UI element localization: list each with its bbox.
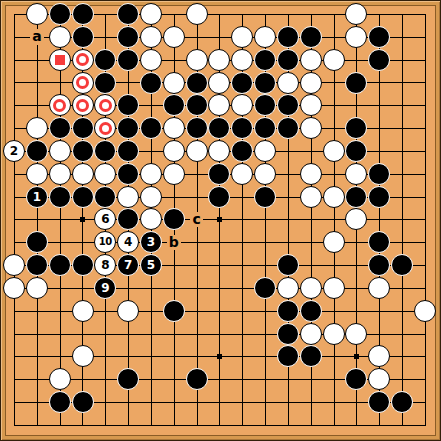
board-cell (277, 94, 300, 117)
board-cell (117, 414, 140, 437)
board-cell: 3 (140, 231, 163, 254)
board-cell (71, 414, 94, 437)
board-cell (71, 391, 94, 414)
white-stone (277, 72, 299, 94)
star-point-icon (354, 354, 359, 359)
board-cell (345, 71, 368, 94)
board-cell: 4 (117, 231, 140, 254)
black-stone (277, 117, 299, 139)
board-cell (208, 25, 231, 48)
board-cell (322, 162, 345, 185)
go-board-grid: a216c1043b8759 (3, 3, 437, 437)
white-stone (231, 49, 253, 71)
board-cell (162, 208, 185, 231)
white-stone (300, 163, 322, 185)
white-stone (3, 254, 25, 276)
board-cell (391, 414, 414, 437)
board-cell (231, 208, 254, 231)
board-cell (368, 391, 391, 414)
board-cell (322, 71, 345, 94)
board-cell (162, 117, 185, 140)
black-stone (26, 231, 48, 253)
white-stone (94, 163, 116, 185)
board-cell (231, 277, 254, 300)
board-cell (299, 231, 322, 254)
board-cell (185, 277, 208, 300)
board-cell (254, 231, 277, 254)
white-stone (72, 94, 94, 116)
board-cell (299, 345, 322, 368)
white-stone (186, 3, 208, 25)
black-stone (72, 254, 94, 276)
white-stone (323, 323, 345, 345)
white-stone (254, 163, 276, 185)
board-cell (140, 368, 163, 391)
board-cell (71, 140, 94, 163)
black-stone (49, 391, 71, 413)
move-number: 6 (101, 213, 109, 225)
board-cell (231, 25, 254, 48)
board-cell (208, 231, 231, 254)
board-cell (414, 277, 437, 300)
white-stone (163, 72, 185, 94)
board-cell (94, 25, 117, 48)
board-cell (117, 345, 140, 368)
black-stone (94, 49, 116, 71)
board-cell (345, 322, 368, 345)
board-cell (299, 391, 322, 414)
board-cell (117, 48, 140, 71)
board-cell (254, 277, 277, 300)
board-cell (117, 368, 140, 391)
board-cell (322, 94, 345, 117)
board-cell (3, 391, 26, 414)
board-cell (185, 368, 208, 391)
board-cell (140, 3, 163, 26)
white-stone: 4 (117, 231, 139, 253)
board-cell (94, 368, 117, 391)
mark-circle-icon (76, 76, 89, 89)
black-stone (208, 186, 230, 208)
board-cell: 8 (94, 254, 117, 277)
board-cell (322, 185, 345, 208)
black-stone (277, 323, 299, 345)
black-stone (254, 277, 276, 299)
white-stone (414, 300, 436, 322)
board-cell (162, 94, 185, 117)
board-cell (231, 345, 254, 368)
board-cell (185, 25, 208, 48)
board-cell (3, 414, 26, 437)
white-stone (231, 94, 253, 116)
black-stone (231, 117, 253, 139)
board-cell (208, 117, 231, 140)
board-cell (94, 322, 117, 345)
board-cell (71, 71, 94, 94)
board-cell (3, 368, 26, 391)
board-cell (322, 414, 345, 437)
white-stone (300, 323, 322, 345)
board-cell (25, 391, 48, 414)
board-cell: 1 (25, 185, 48, 208)
white-stone (140, 186, 162, 208)
board-cell (414, 48, 437, 71)
black-stone: 9 (94, 277, 116, 299)
white-stone (345, 208, 367, 230)
white-stone (277, 277, 299, 299)
board-cell (140, 185, 163, 208)
board-cell (345, 368, 368, 391)
white-stone (300, 72, 322, 94)
black-stone (368, 186, 390, 208)
board-cell (322, 25, 345, 48)
board-cell (391, 368, 414, 391)
board-cell (345, 277, 368, 300)
black-stone (368, 231, 390, 253)
board-cell (48, 25, 71, 48)
white-stone (72, 345, 94, 367)
board-cell (299, 299, 322, 322)
mark-circle-icon (99, 99, 112, 112)
board-cell (208, 322, 231, 345)
board-cell (299, 277, 322, 300)
board-cell (345, 3, 368, 26)
board-cell (185, 117, 208, 140)
board-cell (391, 277, 414, 300)
board-cell (391, 162, 414, 185)
black-stone (26, 140, 48, 162)
board-cell (117, 185, 140, 208)
board-cell (254, 71, 277, 94)
board-cell (25, 3, 48, 26)
board-cell (368, 94, 391, 117)
board-cell (162, 254, 185, 277)
board-cell: 10 (94, 231, 117, 254)
board-cell (71, 3, 94, 26)
board-cell (231, 254, 254, 277)
white-stone: 10 (94, 231, 116, 253)
white-stone (72, 163, 94, 185)
black-stone (163, 208, 185, 230)
white-stone (94, 117, 116, 139)
black-stone (26, 254, 48, 276)
board-cell (414, 140, 437, 163)
board-cell: c (185, 208, 208, 231)
board-cell (185, 3, 208, 26)
board-cell (231, 391, 254, 414)
board-cell (322, 277, 345, 300)
white-stone (3, 277, 25, 299)
board-cell (277, 391, 300, 414)
black-stone (72, 140, 94, 162)
black-stone (277, 300, 299, 322)
board-cell (48, 322, 71, 345)
board-cell (368, 140, 391, 163)
board-cell (162, 185, 185, 208)
black-stone (254, 94, 276, 116)
board-cell (391, 391, 414, 414)
board-cell (254, 322, 277, 345)
board-cell (299, 414, 322, 437)
board-cell (3, 322, 26, 345)
black-stone (117, 26, 139, 48)
board-cell (71, 162, 94, 185)
black-stone (231, 140, 253, 162)
board-cell (48, 3, 71, 26)
black-stone (345, 72, 367, 94)
board-cell (414, 185, 437, 208)
board-cell (48, 299, 71, 322)
black-stone (345, 186, 367, 208)
white-stone (117, 300, 139, 322)
white-stone (140, 26, 162, 48)
board-cell (391, 3, 414, 26)
board-cell (277, 345, 300, 368)
board-cell (345, 185, 368, 208)
board-cell (322, 345, 345, 368)
board-cell (117, 277, 140, 300)
white-stone (140, 3, 162, 25)
board-cell (162, 277, 185, 300)
board-cell (414, 25, 437, 48)
board-cell (25, 322, 48, 345)
board-cell (231, 94, 254, 117)
board-cell (3, 254, 26, 277)
white-stone (345, 323, 367, 345)
white-stone: 8 (94, 254, 116, 276)
black-stone (49, 186, 71, 208)
board-cell (117, 322, 140, 345)
board-cell (368, 322, 391, 345)
board-cell (277, 231, 300, 254)
board-cell (117, 140, 140, 163)
black-stone (140, 117, 162, 139)
board-cell (277, 299, 300, 322)
board-cell (48, 208, 71, 231)
board-cell (299, 140, 322, 163)
move-number: 5 (147, 259, 155, 271)
board-cell (277, 414, 300, 437)
black-stone (163, 94, 185, 116)
board-cell (3, 71, 26, 94)
board-cell (185, 414, 208, 437)
white-stone (72, 300, 94, 322)
board-cell (94, 162, 117, 185)
board-cell (414, 368, 437, 391)
board-cell (3, 277, 26, 300)
board-cell (185, 140, 208, 163)
board-cell (71, 231, 94, 254)
black-stone (72, 26, 94, 48)
board-cell (414, 322, 437, 345)
board-cell (345, 208, 368, 231)
board-cell: 7 (117, 254, 140, 277)
board-cell (117, 25, 140, 48)
mark-circle-icon (76, 99, 89, 112)
white-stone (345, 26, 367, 48)
board-cell (254, 140, 277, 163)
board-cell (299, 71, 322, 94)
board-cell (345, 254, 368, 277)
black-stone (300, 26, 322, 48)
black-stone (117, 163, 139, 185)
board-cell (162, 140, 185, 163)
black-stone (186, 94, 208, 116)
black-stone (368, 391, 390, 413)
board-cell (48, 414, 71, 437)
board-cell (25, 345, 48, 368)
white-stone: 2 (3, 140, 25, 162)
board-cell (368, 25, 391, 48)
move-number: 7 (124, 259, 132, 271)
board-cell (345, 117, 368, 140)
label-c: c (190, 212, 202, 227)
board-cell (345, 299, 368, 322)
board-cell (48, 185, 71, 208)
board-cell (162, 345, 185, 368)
board-cell (231, 322, 254, 345)
board-cell (25, 71, 48, 94)
board-cell (48, 231, 71, 254)
board-cell (208, 299, 231, 322)
board-cell (231, 162, 254, 185)
board-cell (3, 3, 26, 26)
board-cell (117, 162, 140, 185)
board-cell (94, 94, 117, 117)
white-stone (208, 94, 230, 116)
white-stone (368, 368, 390, 390)
board-cell (345, 25, 368, 48)
board-cell (94, 3, 117, 26)
board-cell (231, 71, 254, 94)
board-cell (140, 391, 163, 414)
board-cell (322, 140, 345, 163)
black-stone (277, 345, 299, 367)
white-stone (345, 163, 367, 185)
star-point-icon (217, 354, 222, 359)
board-cell (414, 414, 437, 437)
board-cell (71, 277, 94, 300)
board-cell (368, 231, 391, 254)
board-cell (25, 140, 48, 163)
star-point-icon (80, 217, 85, 222)
board-cell (299, 208, 322, 231)
black-stone (254, 72, 276, 94)
board-cell (277, 71, 300, 94)
black-stone (163, 300, 185, 322)
move-number: 10 (99, 237, 112, 247)
white-stone (323, 277, 345, 299)
board-cell (3, 208, 26, 231)
board-cell (162, 368, 185, 391)
board-cell (391, 299, 414, 322)
board-cell (414, 71, 437, 94)
black-stone (117, 140, 139, 162)
board-cell (345, 48, 368, 71)
board-cell (231, 368, 254, 391)
board-cell (140, 71, 163, 94)
white-stone (49, 94, 71, 116)
board-cell (25, 277, 48, 300)
board-cell (94, 299, 117, 322)
board-cell (391, 254, 414, 277)
board-cell (185, 254, 208, 277)
black-stone (231, 72, 253, 94)
board-cell (162, 391, 185, 414)
board-cell (3, 299, 26, 322)
board-cell (368, 345, 391, 368)
board-cell (48, 162, 71, 185)
mark-circle-icon (76, 53, 89, 66)
board-cell (140, 162, 163, 185)
black-stone (208, 163, 230, 185)
black-stone (345, 140, 367, 162)
move-number: 3 (147, 236, 155, 248)
board-cell (48, 391, 71, 414)
board-cell (254, 414, 277, 437)
board-cell (391, 140, 414, 163)
white-stone (345, 3, 367, 25)
board-cell (322, 231, 345, 254)
go-board-frame: a216c1043b8759 (0, 0, 441, 441)
black-stone: 1 (26, 186, 48, 208)
black-stone (254, 49, 276, 71)
board-cell (25, 48, 48, 71)
board-cell (162, 71, 185, 94)
board-cell (94, 414, 117, 437)
board-cell (48, 117, 71, 140)
white-stone (163, 140, 185, 162)
board-cell (254, 254, 277, 277)
board-cell (25, 94, 48, 117)
board-cell (48, 71, 71, 94)
board-cell (231, 185, 254, 208)
white-stone (140, 49, 162, 71)
board-cell (185, 345, 208, 368)
black-stone (49, 254, 71, 276)
board-cell (117, 94, 140, 117)
board-cell: 9 (94, 277, 117, 300)
board-cell (277, 185, 300, 208)
board-cell (162, 299, 185, 322)
white-stone (72, 72, 94, 94)
board-cell (414, 94, 437, 117)
black-stone: 5 (140, 254, 162, 276)
board-cell (299, 3, 322, 26)
board-cell (277, 162, 300, 185)
white-stone (368, 345, 390, 367)
black-stone (368, 49, 390, 71)
board-cell (71, 185, 94, 208)
white-stone (186, 140, 208, 162)
board-cell (368, 48, 391, 71)
black-stone (254, 186, 276, 208)
board-cell (231, 117, 254, 140)
white-stone (323, 186, 345, 208)
board-cell (140, 117, 163, 140)
black-stone (277, 26, 299, 48)
white-stone (323, 140, 345, 162)
board-cell (231, 48, 254, 71)
board-cell (117, 299, 140, 322)
board-cell (368, 3, 391, 26)
board-cell (94, 345, 117, 368)
board-cell (299, 368, 322, 391)
board-cell (254, 162, 277, 185)
board-cell: 5 (140, 254, 163, 277)
board-cell (322, 299, 345, 322)
board-cell (71, 48, 94, 71)
